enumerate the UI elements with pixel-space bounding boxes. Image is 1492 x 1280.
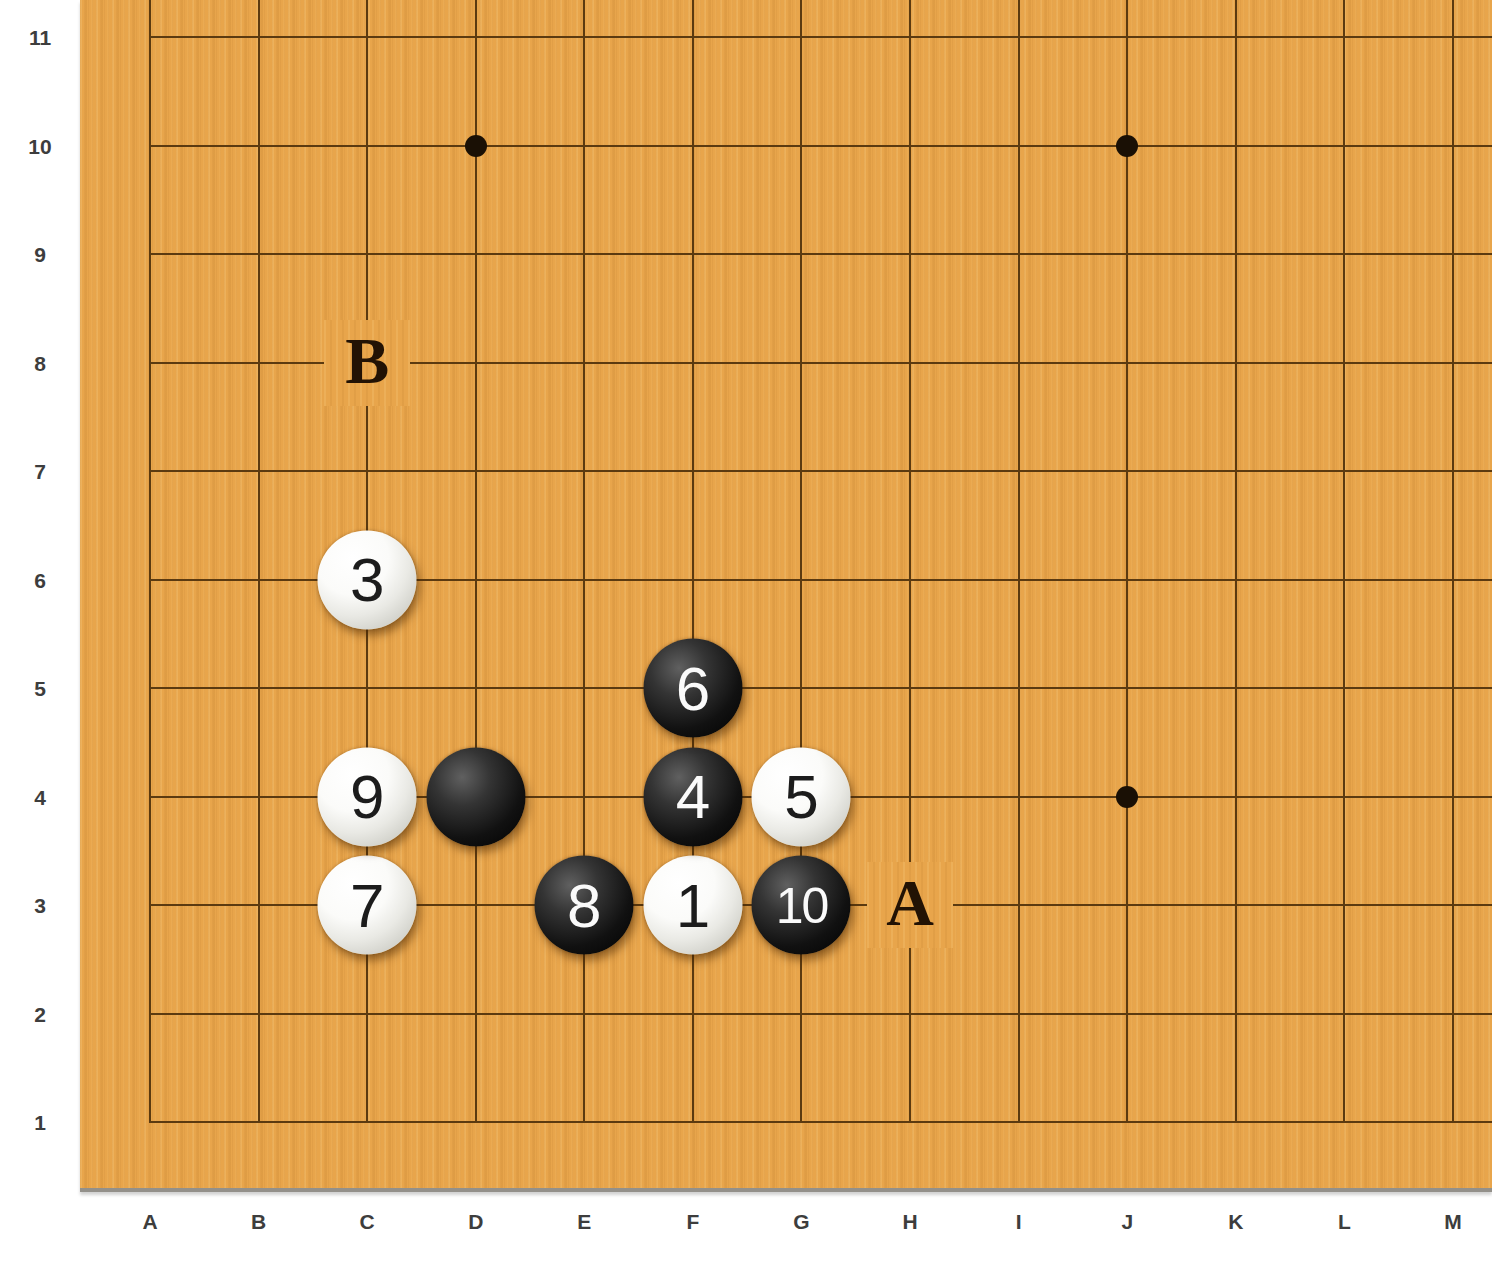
stone-black-D4[interactable] bbox=[426, 747, 525, 846]
board-scene: AB13456789101234567891011ABCDEFGHIJKLM bbox=[0, 0, 1492, 1280]
grid-line-row-11 bbox=[149, 36, 1492, 38]
column-coordinate-L: L bbox=[1338, 1211, 1351, 1232]
grid-line-row-1 bbox=[149, 1121, 1492, 1123]
column-coordinate-E: E bbox=[577, 1211, 591, 1232]
move-number-1: 1 bbox=[676, 874, 710, 936]
stone-white-G4[interactable]: 5 bbox=[752, 747, 851, 846]
grid-line-col-L bbox=[1343, 0, 1345, 1123]
move-number-10: 10 bbox=[776, 880, 828, 930]
column-coordinate-G: G bbox=[793, 1211, 809, 1232]
grid-line-col-H bbox=[909, 0, 911, 1123]
column-coordinate-C: C bbox=[360, 1211, 375, 1232]
move-number-7: 7 bbox=[350, 874, 384, 936]
point-label-A[interactable]: A bbox=[886, 870, 934, 936]
grid-line-col-J bbox=[1126, 0, 1128, 1123]
stone-white-C4[interactable]: 9 bbox=[318, 747, 417, 846]
row-coordinate-11: 11 bbox=[29, 27, 51, 48]
stone-white-C6[interactable]: 3 bbox=[318, 530, 417, 629]
point-label-B[interactable]: B bbox=[345, 328, 389, 394]
move-number-9: 9 bbox=[350, 766, 384, 828]
row-coordinate-2: 2 bbox=[34, 1003, 46, 1024]
stone-white-F3[interactable]: 1 bbox=[643, 856, 742, 955]
star-point-J10 bbox=[1116, 135, 1138, 157]
move-number-6: 6 bbox=[676, 657, 710, 719]
row-coordinate-8: 8 bbox=[34, 352, 46, 373]
row-coordinate-1: 1 bbox=[34, 1112, 46, 1133]
star-point-J4 bbox=[1116, 786, 1138, 808]
row-coordinate-10: 10 bbox=[28, 135, 51, 156]
grid-line-row-2 bbox=[149, 1013, 1492, 1015]
row-coordinate-5: 5 bbox=[34, 678, 46, 699]
grid-line-col-A bbox=[149, 0, 151, 1123]
column-coordinate-H: H bbox=[902, 1211, 917, 1232]
grid-line-col-F bbox=[692, 0, 694, 1123]
column-coordinate-M: M bbox=[1444, 1211, 1462, 1232]
move-number-5: 5 bbox=[784, 766, 818, 828]
move-number-4: 4 bbox=[676, 766, 710, 828]
go-board-diagram: AB13456789101234567891011ABCDEFGHIJKLM bbox=[0, 0, 1492, 1280]
grid-line-col-E bbox=[583, 0, 585, 1123]
stone-black-E3[interactable]: 8 bbox=[535, 856, 634, 955]
column-coordinate-B: B bbox=[251, 1211, 266, 1232]
stone-black-G3[interactable]: 10 bbox=[752, 856, 851, 955]
grid-line-row-5 bbox=[149, 687, 1492, 689]
column-coordinate-K: K bbox=[1228, 1211, 1243, 1232]
stone-black-F5[interactable]: 6 bbox=[643, 639, 742, 738]
grid-line-col-G bbox=[800, 0, 802, 1123]
grid-line-row-9 bbox=[149, 253, 1492, 255]
column-coordinate-D: D bbox=[468, 1211, 483, 1232]
grid-line-row-10 bbox=[149, 145, 1492, 147]
star-point-D10 bbox=[465, 135, 487, 157]
column-coordinate-F: F bbox=[686, 1211, 699, 1232]
column-coordinate-A: A bbox=[142, 1211, 157, 1232]
grid-line-col-M bbox=[1452, 0, 1454, 1123]
row-coordinate-7: 7 bbox=[34, 461, 46, 482]
move-number-8: 8 bbox=[567, 874, 601, 936]
stone-black-F4[interactable]: 4 bbox=[643, 747, 742, 846]
row-coordinate-6: 6 bbox=[34, 569, 46, 590]
grid-line-col-K bbox=[1235, 0, 1237, 1123]
grid-line-col-D bbox=[475, 0, 477, 1123]
grid-line-col-I bbox=[1018, 0, 1020, 1123]
grid-line-col-B bbox=[258, 0, 260, 1123]
row-coordinate-4: 4 bbox=[34, 786, 46, 807]
row-coordinate-3: 3 bbox=[34, 895, 46, 916]
move-number-3: 3 bbox=[350, 549, 384, 611]
stone-white-C3[interactable]: 7 bbox=[318, 856, 417, 955]
column-coordinate-J: J bbox=[1121, 1211, 1133, 1232]
row-coordinate-9: 9 bbox=[34, 244, 46, 265]
grid-line-row-7 bbox=[149, 470, 1492, 472]
column-coordinate-I: I bbox=[1016, 1211, 1022, 1232]
